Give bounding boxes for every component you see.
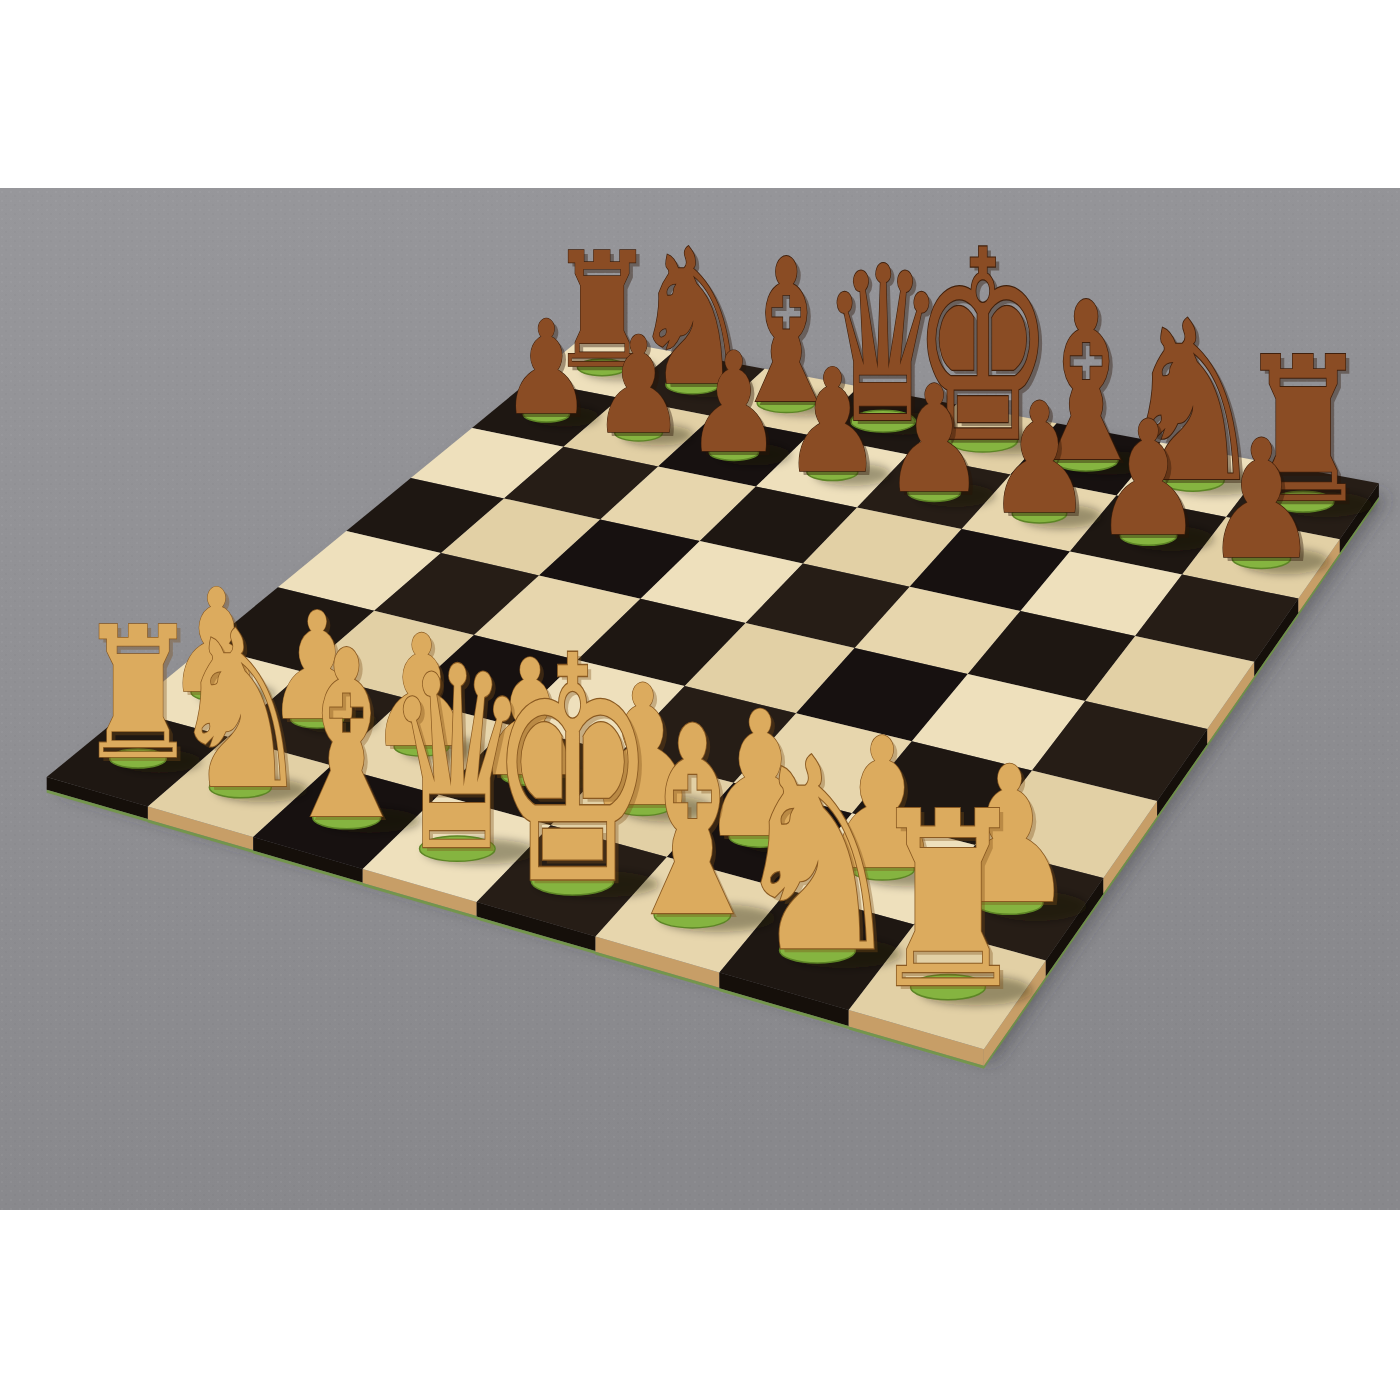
piece-black-pawn: ♟♟ bbox=[592, 308, 694, 467]
piece-glyph: ♟ bbox=[882, 354, 985, 526]
piece-glyph: ♟ bbox=[592, 308, 686, 463]
piece-glyph: ♟ bbox=[782, 338, 882, 504]
piece-glyph: ♟ bbox=[1093, 387, 1204, 571]
piece-glyph: ♟ bbox=[686, 322, 783, 483]
piece-black-pawn: ♟♟ bbox=[501, 292, 600, 447]
piece-black-pawn: ♟♟ bbox=[882, 354, 994, 530]
piece-white-rook: ♜♜ bbox=[866, 760, 1033, 1047]
chess-set-photo: ♜♜♞♞♝♝♟♟♛♛♟♟♚♚♟♟♝♝♟♟♞♞♟♟♜♜♟♟♟♟♟♟♟♟♟♟♟♟♜♜… bbox=[0, 0, 1400, 1400]
piece-glyph: ♜ bbox=[866, 760, 1029, 1043]
piece-black-pawn: ♟♟ bbox=[1093, 387, 1213, 575]
piece-glyph: ♟ bbox=[1204, 404, 1319, 596]
piece-black-pawn: ♟♟ bbox=[1204, 404, 1329, 600]
piece-glyph: ♟ bbox=[986, 370, 1093, 547]
piece-black-pawn: ♟♟ bbox=[686, 322, 791, 487]
piece-black-pawn: ♟♟ bbox=[986, 370, 1102, 551]
piece-glyph: ♟ bbox=[501, 292, 592, 443]
piece-black-pawn: ♟♟ bbox=[782, 338, 891, 508]
board-scene: ♜♜♞♞♝♝♟♟♛♛♟♟♚♚♟♟♝♝♟♟♞♞♟♟♜♜♟♟♟♟♟♟♟♟♟♟♟♟♜♜… bbox=[0, 0, 1400, 1400]
